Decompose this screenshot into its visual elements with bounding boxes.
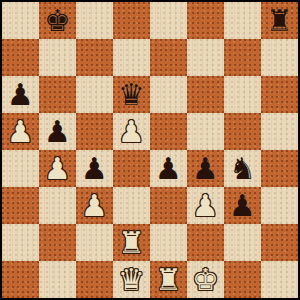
square-a4[interactable] <box>2 150 39 187</box>
square-g4[interactable]: ♞ <box>224 150 261 187</box>
square-h5[interactable] <box>261 113 298 150</box>
square-f8[interactable] <box>187 2 224 39</box>
square-f5[interactable] <box>187 113 224 150</box>
square-h8[interactable]: ♜ <box>261 2 298 39</box>
white-pawn: ♟ <box>7 113 34 150</box>
square-g8[interactable] <box>224 2 261 39</box>
black-knight: ♞ <box>229 150 256 187</box>
square-e3[interactable] <box>150 187 187 224</box>
square-b2[interactable] <box>39 224 76 261</box>
square-h3[interactable] <box>261 187 298 224</box>
square-a8[interactable] <box>2 2 39 39</box>
white-king: ♚ <box>192 261 219 298</box>
square-d5[interactable]: ♟ <box>113 113 150 150</box>
square-d1[interactable]: ♛ <box>113 261 150 298</box>
square-b6[interactable] <box>39 76 76 113</box>
black-pawn: ♟ <box>192 150 219 187</box>
square-b4[interactable]: ♟ <box>39 150 76 187</box>
square-d8[interactable] <box>113 2 150 39</box>
square-c3[interactable]: ♟ <box>76 187 113 224</box>
square-g5[interactable] <box>224 113 261 150</box>
square-c6[interactable] <box>76 76 113 113</box>
square-b8[interactable]: ♚ <box>39 2 76 39</box>
square-e1[interactable]: ♜ <box>150 261 187 298</box>
black-king: ♚ <box>44 2 71 39</box>
black-pawn: ♟ <box>155 150 182 187</box>
white-pawn: ♟ <box>81 187 108 224</box>
square-g7[interactable] <box>224 39 261 76</box>
square-g2[interactable] <box>224 224 261 261</box>
square-d2[interactable]: ♜ <box>113 224 150 261</box>
square-d3[interactable] <box>113 187 150 224</box>
white-pawn: ♟ <box>118 113 145 150</box>
square-e7[interactable] <box>150 39 187 76</box>
white-pawn: ♟ <box>192 187 219 224</box>
black-pawn: ♟ <box>229 187 256 224</box>
chess-board: ♚♜♟♛♟♟♟♟♟♟♟♞♟♟♟♜♛♜♚ <box>2 2 298 298</box>
square-c2[interactable] <box>76 224 113 261</box>
square-h7[interactable] <box>261 39 298 76</box>
black-pawn: ♟ <box>81 150 108 187</box>
square-f7[interactable] <box>187 39 224 76</box>
square-h4[interactable] <box>261 150 298 187</box>
square-d6[interactable]: ♛ <box>113 76 150 113</box>
square-d4[interactable] <box>113 150 150 187</box>
square-f6[interactable] <box>187 76 224 113</box>
square-g3[interactable]: ♟ <box>224 187 261 224</box>
square-h1[interactable] <box>261 261 298 298</box>
square-e2[interactable] <box>150 224 187 261</box>
square-h6[interactable] <box>261 76 298 113</box>
black-pawn: ♟ <box>44 113 71 150</box>
square-g1[interactable] <box>224 261 261 298</box>
square-f2[interactable] <box>187 224 224 261</box>
square-e5[interactable] <box>150 113 187 150</box>
white-pawn: ♟ <box>44 150 71 187</box>
white-rook: ♜ <box>155 261 182 298</box>
square-b3[interactable] <box>39 187 76 224</box>
square-f3[interactable]: ♟ <box>187 187 224 224</box>
square-e8[interactable] <box>150 2 187 39</box>
square-e4[interactable]: ♟ <box>150 150 187 187</box>
square-b1[interactable] <box>39 261 76 298</box>
black-rook: ♜ <box>266 2 293 39</box>
square-c1[interactable] <box>76 261 113 298</box>
square-a5[interactable]: ♟ <box>2 113 39 150</box>
square-b5[interactable]: ♟ <box>39 113 76 150</box>
square-d7[interactable] <box>113 39 150 76</box>
square-h2[interactable] <box>261 224 298 261</box>
square-f1[interactable]: ♚ <box>187 261 224 298</box>
black-pawn: ♟ <box>7 76 34 113</box>
square-a7[interactable] <box>2 39 39 76</box>
chess-board-frame: ♚♜♟♛♟♟♟♟♟♟♟♞♟♟♟♜♛♜♚ <box>0 0 300 300</box>
square-c5[interactable] <box>76 113 113 150</box>
square-c8[interactable] <box>76 2 113 39</box>
square-a1[interactable] <box>2 261 39 298</box>
square-f4[interactable]: ♟ <box>187 150 224 187</box>
square-c4[interactable]: ♟ <box>76 150 113 187</box>
square-g6[interactable] <box>224 76 261 113</box>
white-rook: ♜ <box>118 224 145 261</box>
white-queen: ♛ <box>118 261 145 298</box>
black-queen: ♛ <box>118 76 145 113</box>
square-b7[interactable] <box>39 39 76 76</box>
square-a6[interactable]: ♟ <box>2 76 39 113</box>
square-c7[interactable] <box>76 39 113 76</box>
square-e6[interactable] <box>150 76 187 113</box>
square-a2[interactable] <box>2 224 39 261</box>
square-a3[interactable] <box>2 187 39 224</box>
